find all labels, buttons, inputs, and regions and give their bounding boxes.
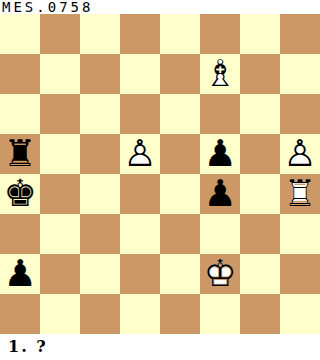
square-g2[interactable]	[240, 254, 280, 294]
piece-white-king-f2: ♚♔	[200, 254, 240, 294]
square-g3[interactable]	[240, 214, 280, 254]
square-a4[interactable]: ♚	[0, 174, 40, 214]
piece-black-pawn-a2: ♟	[0, 254, 40, 294]
square-e8[interactable]	[160, 14, 200, 54]
square-b2[interactable]	[40, 254, 80, 294]
square-h7[interactable]	[280, 54, 320, 94]
square-f3[interactable]	[200, 214, 240, 254]
square-a2[interactable]: ♟	[0, 254, 40, 294]
square-c3[interactable]	[80, 214, 120, 254]
move-prompt: 1. ?	[0, 337, 320, 356]
square-d3[interactable]	[120, 214, 160, 254]
square-f1[interactable]	[200, 294, 240, 334]
square-b1[interactable]	[40, 294, 80, 334]
square-f2[interactable]: ♚♔	[200, 254, 240, 294]
piece-black-rook-a5: ♜	[0, 134, 40, 174]
square-g1[interactable]	[240, 294, 280, 334]
square-h8[interactable]	[280, 14, 320, 54]
square-d5[interactable]: ♟♙	[120, 134, 160, 174]
square-h6[interactable]	[280, 94, 320, 134]
square-h4[interactable]: ♜♖	[280, 174, 320, 214]
piece-white-pawn-h5: ♟♙	[280, 134, 320, 174]
piece-black-pawn-f4: ♟	[200, 174, 240, 214]
square-c7[interactable]	[80, 54, 120, 94]
square-b5[interactable]	[40, 134, 80, 174]
square-a3[interactable]	[0, 214, 40, 254]
square-h5[interactable]: ♟♙	[280, 134, 320, 174]
square-g7[interactable]	[240, 54, 280, 94]
square-b8[interactable]	[40, 14, 80, 54]
piece-white-pawn-d5: ♟♙	[120, 134, 160, 174]
square-h1[interactable]	[280, 294, 320, 334]
square-b4[interactable]	[40, 174, 80, 214]
square-f7[interactable]: ♝♗	[200, 54, 240, 94]
piece-black-pawn-f5: ♟	[200, 134, 240, 174]
square-b7[interactable]	[40, 54, 80, 94]
square-h2[interactable]	[280, 254, 320, 294]
square-f4[interactable]: ♟	[200, 174, 240, 214]
square-e2[interactable]	[160, 254, 200, 294]
piece-white-rook-h4: ♜♖	[280, 174, 320, 214]
square-e1[interactable]	[160, 294, 200, 334]
square-d4[interactable]	[120, 174, 160, 214]
square-e7[interactable]	[160, 54, 200, 94]
piece-black-king-a4: ♚	[0, 174, 40, 214]
square-a7[interactable]	[0, 54, 40, 94]
square-g8[interactable]	[240, 14, 280, 54]
square-d2[interactable]	[120, 254, 160, 294]
square-a8[interactable]	[0, 14, 40, 54]
square-h3[interactable]	[280, 214, 320, 254]
square-d6[interactable]	[120, 94, 160, 134]
square-d1[interactable]	[120, 294, 160, 334]
square-a6[interactable]	[0, 94, 40, 134]
square-c8[interactable]	[80, 14, 120, 54]
chess-board: ♝♗♜♟♙♟♟♙♚♟♜♖♟♚♔	[0, 14, 320, 334]
square-e5[interactable]	[160, 134, 200, 174]
chess-diagram-page: MES.0758 ♝♗♜♟♙♟♟♙♚♟♜♖♟♚♔ 1. ?	[0, 0, 320, 360]
square-g6[interactable]	[240, 94, 280, 134]
square-b3[interactable]	[40, 214, 80, 254]
square-a1[interactable]	[0, 294, 40, 334]
square-c2[interactable]	[80, 254, 120, 294]
square-c6[interactable]	[80, 94, 120, 134]
square-c1[interactable]	[80, 294, 120, 334]
square-a5[interactable]: ♜	[0, 134, 40, 174]
diagram-id-title: MES.0758	[0, 0, 320, 14]
square-f6[interactable]	[200, 94, 240, 134]
square-d7[interactable]	[120, 54, 160, 94]
square-f8[interactable]	[200, 14, 240, 54]
square-e4[interactable]	[160, 174, 200, 214]
square-c4[interactable]	[80, 174, 120, 214]
square-d8[interactable]	[120, 14, 160, 54]
square-c5[interactable]	[80, 134, 120, 174]
piece-white-bishop-f7: ♝♗	[200, 54, 240, 94]
square-e3[interactable]	[160, 214, 200, 254]
square-b6[interactable]	[40, 94, 80, 134]
square-f5[interactable]: ♟	[200, 134, 240, 174]
square-g5[interactable]	[240, 134, 280, 174]
square-g4[interactable]	[240, 174, 280, 214]
square-e6[interactable]	[160, 94, 200, 134]
